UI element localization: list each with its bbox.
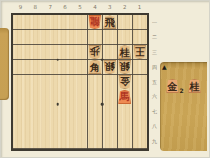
- shogi-piece-3一[interactable]: 飛: [103, 15, 116, 29]
- rank-label: 一: [150, 15, 159, 30]
- rank-label: 九: [150, 134, 159, 149]
- piece-glyph: 王: [135, 45, 145, 58]
- file-label: 7: [43, 3, 58, 12]
- piece-glyph: 銀: [120, 60, 130, 73]
- star-point: [101, 58, 104, 61]
- piece-glyph: 龍: [90, 15, 100, 28]
- shogi-app-window: 987654321 龍飛王桂歩角銀銀金馬 一二三四五六七八九 ▲ 金2桂: [0, 0, 210, 158]
- file-label: 6: [58, 3, 73, 12]
- shogi-piece-2四[interactable]: 銀: [118, 60, 131, 74]
- piece-glyph: 桂: [120, 47, 130, 60]
- piece-glyph: 金: [120, 75, 130, 88]
- hand-piece-桂[interactable]: 桂: [188, 79, 201, 93]
- hand-piece-count: 2: [180, 87, 184, 94]
- rank-label: 七: [150, 104, 159, 119]
- piece-glyph: 金: [168, 81, 178, 94]
- shogi-piece-4四[interactable]: 角: [88, 60, 101, 74]
- file-label: 4: [87, 3, 102, 12]
- file-label: 3: [102, 3, 117, 12]
- star-point: [56, 103, 59, 106]
- gote-piece-stand: [0, 28, 9, 100]
- star-point: [56, 58, 59, 61]
- sente-marker-icon: ▲: [162, 63, 167, 71]
- file-label: 2: [117, 3, 132, 12]
- piece-glyph: 角: [90, 62, 100, 75]
- piece-glyph: 飛: [105, 17, 115, 30]
- file-label: 5: [73, 3, 88, 12]
- piece-glyph: 桂: [190, 81, 200, 94]
- shogi-piece-2六[interactable]: 馬: [118, 90, 131, 104]
- shogi-board[interactable]: 龍飛王桂歩角銀銀金馬: [11, 13, 149, 151]
- rank-label: 四: [150, 60, 159, 75]
- shogi-piece-2五[interactable]: 金: [118, 75, 131, 89]
- rank-coordinate-labels: 一二三四五六七八九: [150, 15, 159, 149]
- file-label: 9: [13, 3, 28, 12]
- hand-piece-金[interactable]: 金: [166, 79, 179, 93]
- piece-glyph: 馬: [120, 91, 130, 104]
- rank-label: 二: [150, 30, 159, 45]
- shogi-piece-2三[interactable]: 桂: [118, 45, 131, 59]
- piece-glyph: 銀: [105, 60, 115, 73]
- shogi-piece-3四[interactable]: 銀: [103, 60, 116, 74]
- sente-piece-stand[interactable]: ▲ 金2桂: [160, 62, 207, 151]
- rank-label: 三: [150, 45, 159, 60]
- star-point: [101, 103, 104, 106]
- piece-glyph: 歩: [90, 45, 100, 58]
- file-coordinate-labels: 987654321: [13, 3, 147, 12]
- rank-label: 八: [150, 119, 159, 134]
- file-label: 1: [132, 3, 147, 12]
- file-label: 8: [28, 3, 43, 12]
- rank-label: 六: [150, 89, 159, 104]
- rank-label: 五: [150, 75, 159, 90]
